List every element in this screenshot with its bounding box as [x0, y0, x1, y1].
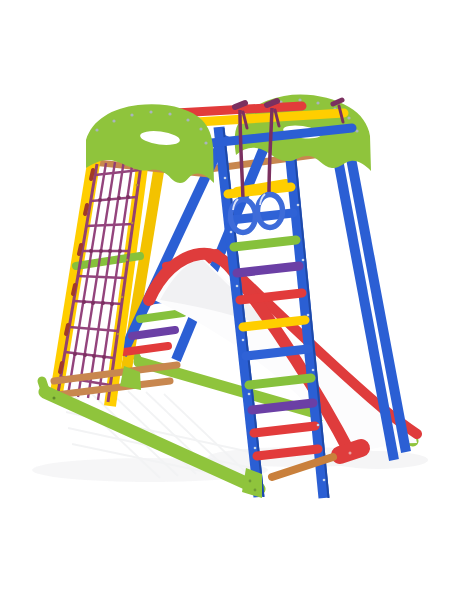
- strap-knot-right: [267, 101, 277, 105]
- slide-end-screw: [349, 452, 352, 455]
- play-gym-figure: [0, 0, 450, 600]
- product-photo: [0, 0, 450, 600]
- strap-knot-left: [235, 103, 245, 107]
